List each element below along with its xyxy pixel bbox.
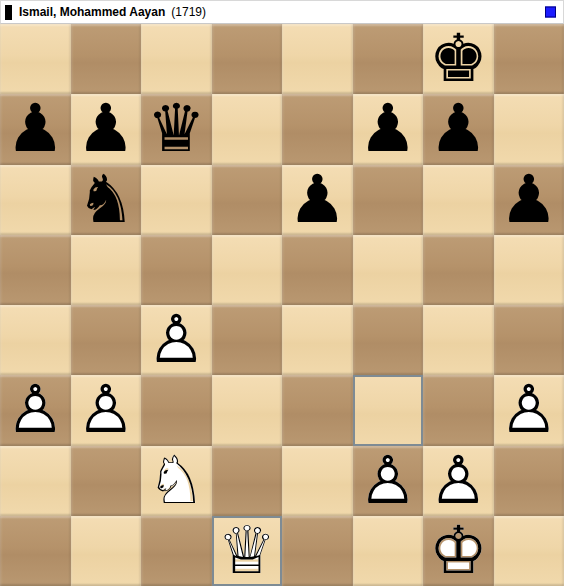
- piece-black-queen[interactable]: ♛: [141, 94, 212, 164]
- square-a2[interactable]: [0, 446, 71, 516]
- square-b1[interactable]: [71, 516, 142, 586]
- square-b8[interactable]: [71, 24, 142, 94]
- square-e7[interactable]: [282, 94, 353, 164]
- square-c6[interactable]: [141, 165, 212, 235]
- piece-black-pawn[interactable]: ♟: [0, 94, 71, 164]
- chess-board[interactable]: ♚♟♟♛♟♟♞♟♟♟♙♟♙♟♙♟♙♞♘♟♙♟♙♛♕♚♔: [0, 24, 564, 586]
- square-h2[interactable]: [494, 446, 564, 516]
- square-d5[interactable]: [212, 235, 283, 305]
- square-f8[interactable]: [353, 24, 424, 94]
- piece-white-knight[interactable]: ♞♘: [141, 446, 212, 516]
- square-g1[interactable]: ♚♔: [423, 516, 494, 586]
- piece-black-pawn[interactable]: ♟: [282, 165, 353, 235]
- square-h1[interactable]: [494, 516, 564, 586]
- square-f3[interactable]: [353, 375, 424, 445]
- square-b4[interactable]: [71, 305, 142, 375]
- square-h8[interactable]: [494, 24, 564, 94]
- piece-black-knight[interactable]: ♞: [71, 165, 142, 235]
- square-f4[interactable]: [353, 305, 424, 375]
- square-f1[interactable]: [353, 516, 424, 586]
- square-h3[interactable]: ♟♙: [494, 375, 564, 445]
- square-d6[interactable]: [212, 165, 283, 235]
- square-f5[interactable]: [353, 235, 424, 305]
- square-b5[interactable]: [71, 235, 142, 305]
- square-b3[interactable]: ♟♙: [71, 375, 142, 445]
- square-g6[interactable]: [423, 165, 494, 235]
- square-d4[interactable]: [212, 305, 283, 375]
- piece-black-king[interactable]: ♚: [423, 24, 494, 94]
- square-e6[interactable]: ♟: [282, 165, 353, 235]
- square-h7[interactable]: [494, 94, 564, 164]
- piece-black-pawn[interactable]: ♟: [423, 94, 494, 164]
- square-g2[interactable]: ♟♙: [423, 446, 494, 516]
- piece-black-pawn[interactable]: ♟: [353, 94, 424, 164]
- player-rating: (1719): [171, 5, 206, 19]
- square-e1[interactable]: [282, 516, 353, 586]
- square-b7[interactable]: ♟: [71, 94, 142, 164]
- square-c8[interactable]: [141, 24, 212, 94]
- square-a4[interactable]: [0, 305, 71, 375]
- square-a8[interactable]: [0, 24, 71, 94]
- square-d7[interactable]: [212, 94, 283, 164]
- piece-white-pawn[interactable]: ♟♙: [494, 375, 564, 445]
- square-c3[interactable]: [141, 375, 212, 445]
- square-h6[interactable]: ♟: [494, 165, 564, 235]
- square-b2[interactable]: [71, 446, 142, 516]
- square-f6[interactable]: [353, 165, 424, 235]
- square-g3[interactable]: [423, 375, 494, 445]
- piece-white-queen[interactable]: ♛♕: [212, 516, 283, 586]
- square-e5[interactable]: [282, 235, 353, 305]
- piece-white-pawn[interactable]: ♟♙: [423, 446, 494, 516]
- square-d8[interactable]: [212, 24, 283, 94]
- square-b6[interactable]: ♞: [71, 165, 142, 235]
- square-d2[interactable]: [212, 446, 283, 516]
- square-a1[interactable]: [0, 516, 71, 586]
- piece-white-pawn[interactable]: ♟♙: [0, 375, 71, 445]
- piece-white-pawn[interactable]: ♟♙: [353, 446, 424, 516]
- square-g4[interactable]: [423, 305, 494, 375]
- square-e2[interactable]: [282, 446, 353, 516]
- square-a6[interactable]: [0, 165, 71, 235]
- square-c2[interactable]: ♞♘: [141, 446, 212, 516]
- square-d1[interactable]: ♛♕: [212, 516, 283, 586]
- square-d3[interactable]: [212, 375, 283, 445]
- square-h4[interactable]: [494, 305, 564, 375]
- square-e4[interactable]: [282, 305, 353, 375]
- square-g8[interactable]: ♚: [423, 24, 494, 94]
- game-status-icon: [545, 7, 556, 18]
- square-a3[interactable]: ♟♙: [0, 375, 71, 445]
- square-c4[interactable]: ♟♙: [141, 305, 212, 375]
- square-g5[interactable]: [423, 235, 494, 305]
- square-g7[interactable]: ♟: [423, 94, 494, 164]
- piece-black-pawn[interactable]: ♟: [494, 165, 564, 235]
- square-c5[interactable]: [141, 235, 212, 305]
- square-f2[interactable]: ♟♙: [353, 446, 424, 516]
- square-e8[interactable]: [282, 24, 353, 94]
- square-f7[interactable]: ♟: [353, 94, 424, 164]
- piece-white-pawn[interactable]: ♟♙: [71, 375, 142, 445]
- square-c7[interactable]: ♛: [141, 94, 212, 164]
- black-side-indicator-icon: [5, 5, 12, 20]
- piece-black-pawn[interactable]: ♟: [71, 94, 142, 164]
- square-c1[interactable]: [141, 516, 212, 586]
- square-e3[interactable]: [282, 375, 353, 445]
- piece-white-pawn[interactable]: ♟♙: [141, 305, 212, 375]
- piece-white-king[interactable]: ♚♔: [423, 516, 494, 586]
- square-a5[interactable]: [0, 235, 71, 305]
- square-a7[interactable]: ♟: [0, 94, 71, 164]
- square-h5[interactable]: [494, 235, 564, 305]
- player-name: Ismail, Mohammed Aayan: [19, 5, 165, 19]
